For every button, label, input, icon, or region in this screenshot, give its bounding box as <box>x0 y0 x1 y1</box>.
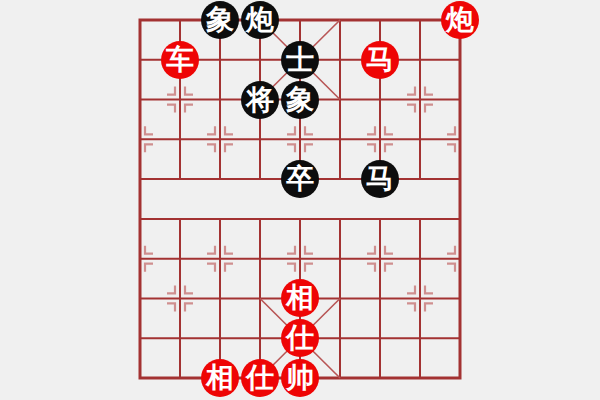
black-elephant[interactable]: 象 <box>281 81 319 119</box>
red-general[interactable]: 帅 <box>281 359 319 397</box>
red-chariot-cell: 车 <box>160 40 200 80</box>
red-general-cell: 帅 <box>280 358 320 398</box>
red-advisor[interactable]: 仕 <box>241 359 279 397</box>
red-advisor[interactable]: 仕 <box>281 319 319 357</box>
black-horse-cell: 马 <box>360 159 400 199</box>
red-cannon-cell: 炮 <box>440 0 480 40</box>
red-advisor-cell: 仕 <box>240 358 280 398</box>
black-elephant-cell: 象 <box>200 0 240 40</box>
red-elephant[interactable]: 相 <box>281 279 319 317</box>
red-elephant-cell: 相 <box>200 358 240 398</box>
black-cannon-cell: 炮 <box>240 0 280 40</box>
black-soldier[interactable]: 卒 <box>281 160 319 198</box>
red-advisor-cell: 仕 <box>280 318 320 358</box>
red-cannon[interactable]: 炮 <box>441 1 479 39</box>
xiangqi-app: 象炮炮车士马将象卒马相仕相仕帅 <box>0 0 600 400</box>
red-elephant[interactable]: 相 <box>201 359 239 397</box>
black-soldier-cell: 卒 <box>280 159 320 199</box>
black-elephant-cell: 象 <box>280 80 320 120</box>
black-advisor-cell: 士 <box>280 40 320 80</box>
black-cannon[interactable]: 炮 <box>241 1 279 39</box>
red-chariot[interactable]: 车 <box>161 41 199 79</box>
black-elephant[interactable]: 象 <box>201 1 239 39</box>
red-elephant-cell: 相 <box>280 278 320 318</box>
black-general[interactable]: 将 <box>241 81 279 119</box>
red-horse-cell: 马 <box>360 40 400 80</box>
xiangqi-board: 象炮炮车士马将象卒马相仕相仕帅 <box>120 0 480 398</box>
red-horse[interactable]: 马 <box>361 41 399 79</box>
black-general-cell: 将 <box>240 80 280 120</box>
black-horse[interactable]: 马 <box>361 160 399 198</box>
black-advisor[interactable]: 士 <box>281 41 319 79</box>
